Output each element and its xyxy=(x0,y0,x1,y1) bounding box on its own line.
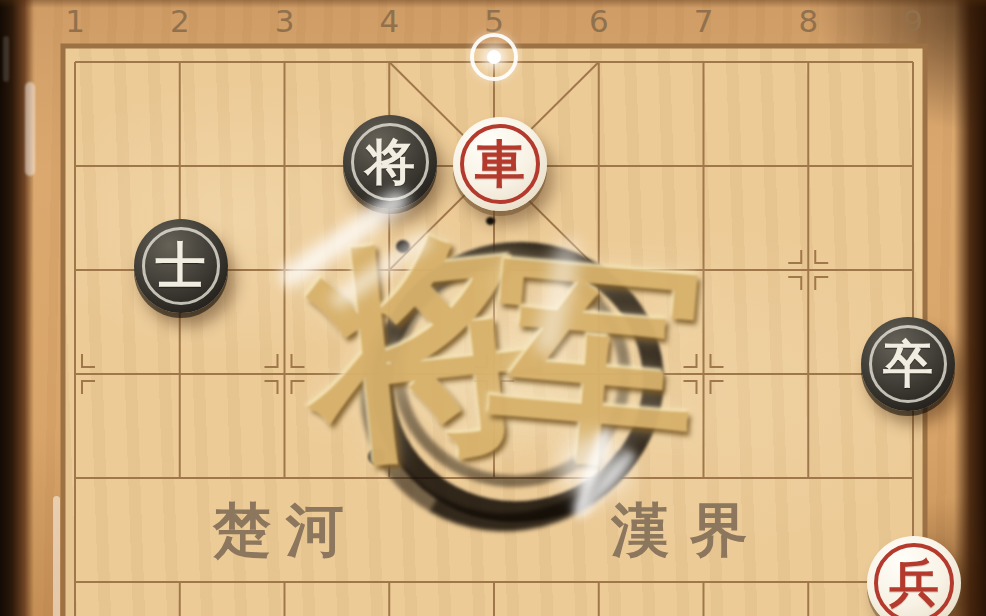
piece-black-soldier[interactable]: 卒 xyxy=(861,317,955,411)
piece-black-advisor[interactable]: 士 xyxy=(134,219,228,313)
column-label-6: 6 xyxy=(577,2,621,40)
column-label-9: 9 xyxy=(891,2,935,40)
column-label-3: 3 xyxy=(263,2,307,40)
piece-glyph: 車 xyxy=(475,116,525,212)
piece-glyph: 卒 xyxy=(883,316,933,412)
gesture-indicator-bar-top xyxy=(25,82,35,176)
column-label-1: 1 xyxy=(53,2,97,40)
piece-red-chariot[interactable]: 車 xyxy=(453,117,547,211)
river-label-han-jie: 漢界 xyxy=(611,499,769,561)
river-label-chu-he: 楚河 xyxy=(213,499,359,561)
column-label-8: 8 xyxy=(786,2,830,40)
column-label-7: 7 xyxy=(682,2,726,40)
piece-glyph: 士 xyxy=(156,218,206,314)
column-label-4: 4 xyxy=(367,2,411,40)
piece-glyph: 兵 xyxy=(889,535,939,616)
gesture-indicator-bar-bottom xyxy=(53,496,60,616)
column-label-2: 2 xyxy=(158,2,202,40)
xiangqi-app-screen: 123456789 楚河 漢界 将車士卒兵 将 军 xyxy=(0,0,986,616)
gesture-indicator-bar-edge xyxy=(3,36,9,82)
last-move-origin-marker xyxy=(470,33,518,81)
